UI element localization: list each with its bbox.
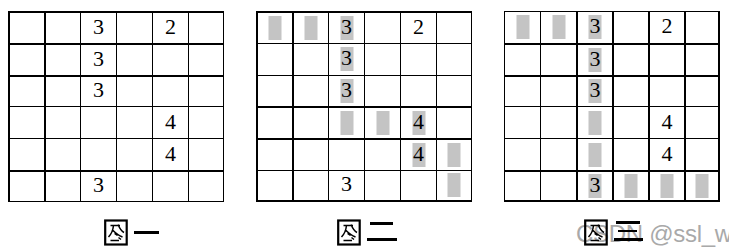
shaded-cell-mark — [305, 16, 318, 40]
san-character-icon — [614, 219, 643, 246]
figure1-cell-r2c3: 3 — [80, 43, 116, 75]
figure1-cell-r6c1 — [8, 170, 44, 202]
figure1-cell-r6c2 — [44, 170, 80, 202]
figure3-cell-r5c4 — [612, 138, 648, 170]
figure3-cell-r6c2 — [540, 170, 576, 202]
clue-number: 4 — [662, 111, 673, 133]
clue-number: 4 — [165, 143, 176, 165]
figure3-cell-r4c2 — [540, 106, 576, 138]
clue-number: 3 — [590, 80, 601, 102]
figure1-cell-r6c3: 3 — [80, 170, 116, 202]
figure2-cell-r6c5 — [400, 170, 436, 202]
figure3-cell-r4c4 — [612, 106, 648, 138]
figure3-cell-r4c1 — [504, 106, 540, 138]
figure3-cell-r3c5 — [648, 75, 684, 107]
figure3-cell-r2c3: 3 — [576, 43, 612, 75]
figure1-cell-r2c6 — [188, 43, 224, 75]
figure3-cell-r1c3: 3 — [576, 11, 612, 43]
clue-number: 3 — [93, 16, 104, 38]
clue-number: 3 — [93, 48, 104, 70]
figure3-cell-r2c2 — [540, 43, 576, 75]
figure2-cell-r5c5: 4 — [400, 138, 436, 170]
figure1-cell-r2c1 — [8, 43, 44, 75]
shaded-cell-mark — [448, 173, 461, 197]
shaded-cell-mark — [696, 174, 709, 198]
clue-number: 3 — [93, 174, 104, 196]
figure2-cell-r5c1 — [256, 138, 292, 170]
tu-character-icon — [337, 219, 361, 246]
clue-number: 2 — [165, 16, 176, 38]
figure2-cell-r3c1 — [256, 75, 292, 107]
figure1-cell-r3c2 — [44, 75, 80, 107]
figure1-cell-r4c3 — [80, 106, 116, 138]
tu-character-icon — [584, 219, 608, 246]
yi-character-icon — [134, 219, 159, 246]
figure2-cell-r1c1 — [256, 11, 292, 43]
caption-figure-1 — [104, 219, 159, 246]
figure2-cell-r2c1 — [256, 43, 292, 75]
figure3-cell-r4c5: 4 — [648, 106, 684, 138]
figure1-cell-r5c3 — [80, 138, 116, 170]
figure1-cell-r4c1 — [8, 106, 44, 138]
figure3-cell-r5c3 — [576, 138, 612, 170]
caption-figure-3 — [584, 219, 643, 246]
shaded-cell-mark — [625, 174, 638, 198]
figure1-cell-r2c2 — [44, 43, 80, 75]
figure1-cell-r2c4 — [116, 43, 152, 75]
figure3-cell-r1c5: 2 — [648, 11, 684, 43]
figure2-cell-r1c2 — [292, 11, 328, 43]
figure1-cell-r3c4 — [116, 75, 152, 107]
figure2-cell-r4c6 — [436, 106, 472, 138]
shaded-cell-mark — [661, 174, 674, 198]
shaded-cell-mark — [448, 143, 461, 167]
figure2-cell-r1c6 — [436, 11, 472, 43]
figure3-cell-r4c3 — [576, 106, 612, 138]
board-figure-2: 3233443 — [256, 11, 472, 202]
figure2-cell-r6c6 — [436, 170, 472, 202]
figure2-cell-r1c5: 2 — [400, 11, 436, 43]
figure2-cell-r6c4 — [364, 170, 400, 202]
clue-number: 4 — [413, 143, 424, 165]
figure1-cell-r3c3: 3 — [80, 75, 116, 107]
figure3-cell-r1c2 — [540, 11, 576, 43]
clue-number: 2 — [413, 16, 424, 38]
figure1-cell-r1c6 — [188, 11, 224, 43]
puzzle-worksheet: 3233443 3233443 3233443 CSDN @ssl_wtj — [0, 0, 729, 251]
figure1-cell-r4c5: 4 — [152, 106, 188, 138]
figure3-cell-r2c4 — [612, 43, 648, 75]
shaded-cell-mark — [589, 143, 602, 167]
figure2-cell-r3c4 — [364, 75, 400, 107]
figure2-cell-r1c3: 3 — [328, 11, 364, 43]
figure1-cell-r5c5: 4 — [152, 138, 188, 170]
figure3-cell-r6c3: 3 — [576, 170, 612, 202]
clue-number: 4 — [413, 111, 424, 133]
figure3-cell-r6c6 — [684, 170, 720, 202]
figure1-cell-r2c5 — [152, 43, 188, 75]
board-figure-1: 3233443 — [8, 11, 224, 202]
tu-character-icon — [104, 219, 128, 246]
figure3-cell-r5c1 — [504, 138, 540, 170]
figure2-cell-r5c3 — [328, 138, 364, 170]
figure2-cell-r4c2 — [292, 106, 328, 138]
caption-figure-2 — [337, 219, 397, 246]
clue-number: 3 — [93, 80, 104, 102]
figure1-cell-r6c4 — [116, 170, 152, 202]
figure3-cell-r3c3: 3 — [576, 75, 612, 107]
clue-number: 4 — [165, 111, 176, 133]
figure2-cell-r2c6 — [436, 43, 472, 75]
figure1-cell-r6c5 — [152, 170, 188, 202]
figure3-cell-r2c5 — [648, 43, 684, 75]
figure1-cell-r1c3: 3 — [80, 11, 116, 43]
figure2-cell-r2c4 — [364, 43, 400, 75]
clue-number: 2 — [662, 16, 673, 38]
figure3-cell-r2c6 — [684, 43, 720, 75]
figure2-cell-r3c5 — [400, 75, 436, 107]
figure1-cell-r1c5: 2 — [152, 11, 188, 43]
er-character-icon — [367, 219, 397, 246]
board-figure-3: 3233443 — [504, 11, 720, 202]
figure3-cell-r6c5 — [648, 170, 684, 202]
figure1-cell-r4c4 — [116, 106, 152, 138]
figure3-cell-r4c6 — [684, 106, 720, 138]
figure2-cell-r3c6 — [436, 75, 472, 107]
figure2-cell-r2c2 — [292, 43, 328, 75]
figure2-cell-r6c2 — [292, 170, 328, 202]
figure3-cell-r3c4 — [612, 75, 648, 107]
figure2-cell-r3c3: 3 — [328, 75, 364, 107]
figure1-cell-r5c2 — [44, 138, 80, 170]
figure2-cell-r4c3 — [328, 106, 364, 138]
figure1-cell-r3c5 — [152, 75, 188, 107]
figure1-cell-r4c2 — [44, 106, 80, 138]
shaded-cell-mark — [269, 16, 282, 40]
figure3-cell-r5c6 — [684, 138, 720, 170]
figure2-cell-r3c2 — [292, 75, 328, 107]
figure3-cell-r5c2 — [540, 138, 576, 170]
shaded-cell-mark — [340, 111, 353, 135]
figure2-cell-r1c4 — [364, 11, 400, 43]
shaded-cell-mark — [589, 111, 602, 135]
figure2-cell-r4c5: 4 — [400, 106, 436, 138]
figure3-cell-r3c1 — [504, 75, 540, 107]
shaded-cell-mark — [516, 15, 529, 39]
figure3-cell-r5c5: 4 — [648, 138, 684, 170]
figure3-cell-r1c1 — [504, 11, 540, 43]
figure1-cell-r5c1 — [8, 138, 44, 170]
shaded-cell-mark — [376, 111, 389, 135]
clue-number: 3 — [590, 174, 601, 196]
clue-number: 3 — [590, 16, 601, 38]
figure1-cell-r5c4 — [116, 138, 152, 170]
figure2-cell-r6c1 — [256, 170, 292, 202]
figure2-cell-r5c6 — [436, 138, 472, 170]
figure3-cell-r6c4 — [612, 170, 648, 202]
shaded-cell-mark — [552, 15, 565, 39]
figure2-cell-r2c5 — [400, 43, 436, 75]
figure2-cell-r5c4 — [364, 138, 400, 170]
figure1-cell-r5c6 — [188, 138, 224, 170]
figure2-cell-r4c4 — [364, 106, 400, 138]
figure2-cell-r4c1 — [256, 106, 292, 138]
figure3-cell-r1c4 — [612, 11, 648, 43]
figure3-cell-r3c6 — [684, 75, 720, 107]
clue-number: 4 — [662, 143, 673, 165]
figure1-cell-r1c2 — [44, 11, 80, 43]
figure1-cell-r4c6 — [188, 106, 224, 138]
clue-number: 3 — [341, 173, 352, 195]
figure3-cell-r1c6 — [684, 11, 720, 43]
clue-number: 3 — [341, 47, 352, 69]
figure1-cell-r6c6 — [188, 170, 224, 202]
figure3-cell-r6c1 — [504, 170, 540, 202]
figure2-cell-r6c3: 3 — [328, 170, 364, 202]
figure1-cell-r1c1 — [8, 11, 44, 43]
figure2-cell-r2c3: 3 — [328, 43, 364, 75]
figure1-cell-r3c1 — [8, 75, 44, 107]
figure3-cell-r2c1 — [504, 43, 540, 75]
figure1-cell-r3c6 — [188, 75, 224, 107]
clue-number: 3 — [341, 16, 352, 38]
clue-number: 3 — [590, 48, 601, 70]
figure2-cell-r5c2 — [292, 138, 328, 170]
figure3-cell-r3c2 — [540, 75, 576, 107]
clue-number: 3 — [341, 79, 352, 101]
figure1-cell-r1c4 — [116, 11, 152, 43]
